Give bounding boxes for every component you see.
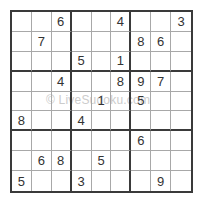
cell-r9c1[interactable]: 5 [12, 171, 32, 191]
cell-r7c6[interactable] [111, 131, 131, 151]
cell-r1c1[interactable] [12, 12, 32, 32]
cell-r1c3[interactable]: 6 [52, 12, 72, 32]
cell-r2c6[interactable] [111, 32, 131, 52]
cell-r5c2[interactable] [32, 92, 52, 112]
cell-r6c1[interactable]: 8 [12, 111, 32, 131]
cell-r3c6[interactable]: 1 [111, 52, 131, 72]
cell-r9c6[interactable] [111, 171, 131, 191]
cell-r9c7[interactable] [131, 171, 151, 191]
cell-r8c8[interactable] [151, 151, 171, 171]
cell-r3c9[interactable] [171, 52, 191, 72]
cell-r4c6[interactable]: 8 [111, 72, 131, 92]
cell-r1c4[interactable] [72, 12, 92, 32]
cell-r1c2[interactable] [32, 12, 52, 32]
cell-r5c8[interactable] [151, 92, 171, 112]
cell-r9c3[interactable] [52, 171, 72, 191]
cell-r1c9[interactable]: 3 [171, 12, 191, 32]
cell-r5c3[interactable] [52, 92, 72, 112]
cell-r3c3[interactable] [52, 52, 72, 72]
sudoku-page: © LiveSudoku.com 64378651489715846685539 [0, 0, 200, 200]
cell-r6c6[interactable] [111, 111, 131, 131]
cell-r8c4[interactable] [72, 151, 92, 171]
cell-r1c7[interactable] [131, 12, 151, 32]
cell-r7c3[interactable] [52, 131, 72, 151]
cell-r1c5[interactable] [92, 12, 112, 32]
cell-r2c4[interactable] [72, 32, 92, 52]
cell-r9c8[interactable]: 9 [151, 171, 171, 191]
cell-r5c7[interactable]: 5 [131, 92, 151, 112]
cell-r3c5[interactable] [92, 52, 112, 72]
cell-r6c3[interactable] [52, 111, 72, 131]
cell-r5c5[interactable]: 1 [92, 92, 112, 112]
cell-r4c4[interactable] [72, 72, 92, 92]
cell-r3c8[interactable] [151, 52, 171, 72]
cell-r5c6[interactable] [111, 92, 131, 112]
cell-r6c4[interactable]: 4 [72, 111, 92, 131]
cell-r8c5[interactable]: 5 [92, 151, 112, 171]
cell-r2c9[interactable] [171, 32, 191, 52]
cell-r1c6[interactable]: 4 [111, 12, 131, 32]
cell-r2c8[interactable]: 6 [151, 32, 171, 52]
cell-r7c5[interactable] [92, 131, 112, 151]
sudoku-board: 64378651489715846685539 [10, 10, 193, 193]
cell-r5c9[interactable] [171, 92, 191, 112]
cell-r2c3[interactable] [52, 32, 72, 52]
cell-r6c2[interactable] [32, 111, 52, 131]
cell-r4c7[interactable]: 9 [131, 72, 151, 92]
cell-r7c4[interactable] [72, 131, 92, 151]
cell-r8c7[interactable] [131, 151, 151, 171]
cell-r8c6[interactable] [111, 151, 131, 171]
cell-r8c2[interactable]: 6 [32, 151, 52, 171]
cell-r3c2[interactable] [32, 52, 52, 72]
cell-r7c8[interactable] [151, 131, 171, 151]
cell-r4c3[interactable]: 4 [52, 72, 72, 92]
cell-r4c9[interactable] [171, 72, 191, 92]
cell-r9c2[interactable] [32, 171, 52, 191]
cell-r3c4[interactable]: 5 [72, 52, 92, 72]
cell-r9c9[interactable] [171, 171, 191, 191]
cell-r9c4[interactable]: 3 [72, 171, 92, 191]
cell-r4c2[interactable] [32, 72, 52, 92]
cell-r4c1[interactable] [12, 72, 32, 92]
cell-r4c5[interactable] [92, 72, 112, 92]
cell-r6c9[interactable] [171, 111, 191, 131]
cell-r8c3[interactable]: 8 [52, 151, 72, 171]
cell-r5c4[interactable] [72, 92, 92, 112]
cell-r8c9[interactable] [171, 151, 191, 171]
cell-r3c7[interactable] [131, 52, 151, 72]
cell-r8c1[interactable] [12, 151, 32, 171]
cell-r3c1[interactable] [12, 52, 32, 72]
cell-r2c2[interactable]: 7 [32, 32, 52, 52]
cell-r5c1[interactable] [12, 92, 32, 112]
cell-r2c1[interactable] [12, 32, 32, 52]
cell-r2c7[interactable]: 8 [131, 32, 151, 52]
cell-r7c7[interactable]: 6 [131, 131, 151, 151]
cell-r1c8[interactable] [151, 12, 171, 32]
cell-r6c8[interactable] [151, 111, 171, 131]
cell-r6c5[interactable] [92, 111, 112, 131]
cell-r4c8[interactable]: 7 [151, 72, 171, 92]
cell-r2c5[interactable] [92, 32, 112, 52]
cell-r7c2[interactable] [32, 131, 52, 151]
cell-r7c9[interactable] [171, 131, 191, 151]
cell-r7c1[interactable] [12, 131, 32, 151]
cell-r6c7[interactable] [131, 111, 151, 131]
cell-r9c5[interactable] [92, 171, 112, 191]
